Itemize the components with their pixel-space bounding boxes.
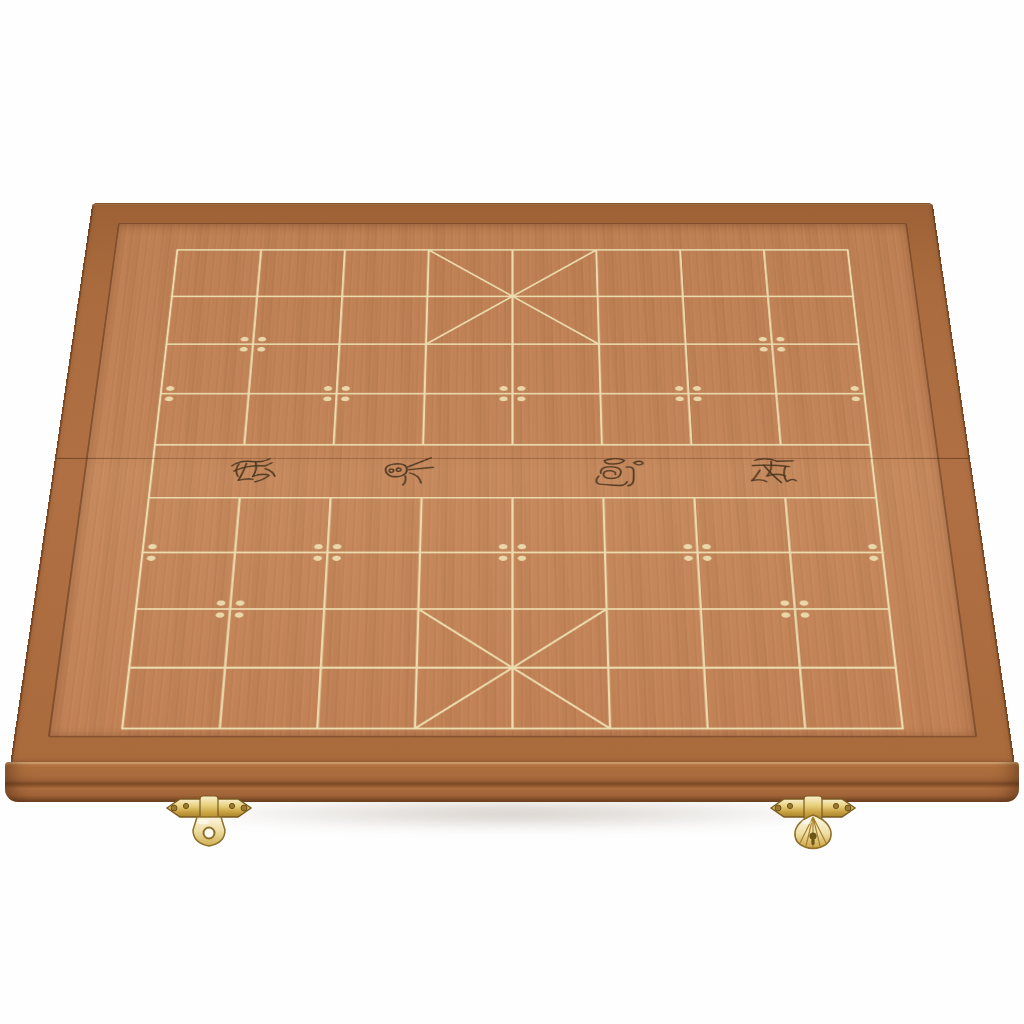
screw-hole [171,805,177,811]
river-inscription-jie [752,458,797,484]
screw-hole [833,803,838,808]
product-photo-scene [0,0,1024,1024]
river-inscription-he [385,458,434,486]
latch-left[interactable] [163,787,255,853]
board-front-edge [5,762,1019,802]
screw-hole [183,803,188,808]
screw-hole [229,803,234,808]
latch-hasp-shell[interactable] [795,815,831,849]
latch-hasp-round[interactable] [193,817,225,846]
river-inscription-chu [232,458,275,483]
board-frame [10,203,1015,765]
xiangqi-board[interactable] [10,203,1015,765]
board-grid [122,250,903,729]
screw-hole [241,805,247,811]
river-inscription-han [596,458,643,486]
board-surface[interactable] [48,223,977,737]
screw-hole [845,805,851,811]
screw-hole [787,803,792,808]
fold-seam [57,458,969,459]
screw-hole [775,805,781,811]
latch-right[interactable] [767,787,859,853]
